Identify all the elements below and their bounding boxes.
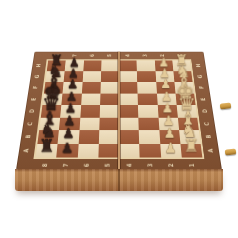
square bbox=[39, 117, 60, 130]
square bbox=[64, 71, 83, 82]
square bbox=[45, 71, 64, 82]
square bbox=[99, 105, 119, 117]
fold-seam-edge bbox=[118, 169, 120, 191]
square bbox=[99, 117, 119, 130]
square bbox=[98, 144, 119, 158]
square bbox=[155, 71, 174, 82]
brass-clasp-icon bbox=[225, 148, 237, 155]
square bbox=[41, 105, 62, 117]
square bbox=[176, 105, 197, 117]
square bbox=[65, 60, 84, 70]
square bbox=[160, 144, 182, 158]
square bbox=[47, 60, 66, 70]
square bbox=[137, 82, 156, 93]
product-photo: 8877665544332211HHGGFFEEDDCCBBAA♜♟♟♜♞♟♟♞… bbox=[0, 0, 238, 238]
square bbox=[78, 130, 99, 143]
coordinate-label: C bbox=[203, 120, 212, 127]
square bbox=[137, 71, 156, 82]
coordinate-label: 3 bbox=[141, 53, 149, 59]
square bbox=[156, 82, 175, 93]
coordinate-label: 6 bbox=[83, 161, 92, 169]
square bbox=[83, 60, 101, 70]
square bbox=[139, 117, 159, 130]
square bbox=[137, 60, 155, 70]
square bbox=[173, 71, 192, 82]
coordinate-label: F bbox=[198, 84, 207, 90]
square bbox=[157, 105, 177, 117]
square bbox=[175, 93, 195, 105]
coordinate-label: 7 bbox=[61, 161, 71, 169]
square bbox=[119, 93, 138, 105]
coordinate-label: 4 bbox=[125, 161, 134, 169]
coordinate-label: G bbox=[33, 73, 42, 79]
square bbox=[100, 82, 119, 93]
square bbox=[81, 82, 100, 93]
square bbox=[174, 82, 194, 93]
square bbox=[119, 117, 139, 130]
coordinate-label: G bbox=[196, 73, 205, 79]
board-front-edge bbox=[15, 169, 223, 191]
square bbox=[101, 71, 119, 82]
square bbox=[178, 117, 199, 130]
board-scene: 8877665544332211HHGGFFEEDDCCBBAA♜♟♟♜♞♟♟♞… bbox=[16, 0, 222, 170]
square bbox=[42, 93, 62, 105]
chess-board: 8877665544332211HHGGFFEEDDCCBBAA♜♟♟♜♞♟♟♞… bbox=[16, 52, 222, 170]
coordinate-label: 2 bbox=[167, 161, 177, 169]
square bbox=[100, 93, 119, 105]
coordinate-label: E bbox=[30, 96, 39, 103]
square bbox=[99, 130, 119, 143]
coordinate-label: 2 bbox=[159, 53, 167, 59]
coordinate-label: 3 bbox=[146, 161, 155, 169]
coordinate-label: A bbox=[206, 147, 216, 155]
fold-seam bbox=[118, 52, 120, 170]
square bbox=[63, 82, 82, 93]
coordinate-label: 1 bbox=[188, 161, 198, 169]
square bbox=[36, 144, 58, 158]
square bbox=[60, 105, 80, 117]
square bbox=[179, 130, 201, 143]
coordinate-label: 8 bbox=[40, 161, 50, 169]
square bbox=[56, 144, 78, 158]
coordinate-label: 5 bbox=[104, 161, 113, 169]
coordinate-label: 4 bbox=[124, 53, 132, 59]
coordinate-label: 1 bbox=[176, 53, 184, 59]
square bbox=[119, 144, 140, 158]
square bbox=[119, 60, 137, 70]
square bbox=[172, 60, 191, 70]
coordinate-label: D bbox=[28, 108, 37, 115]
square bbox=[139, 144, 160, 158]
square bbox=[101, 60, 119, 70]
square bbox=[157, 93, 177, 105]
square bbox=[180, 144, 202, 158]
square bbox=[62, 93, 82, 105]
square bbox=[119, 82, 138, 93]
square bbox=[154, 60, 173, 70]
square bbox=[119, 130, 139, 143]
brass-clasp-icon bbox=[220, 102, 232, 109]
coordinate-label: E bbox=[199, 96, 208, 103]
coordinate-label: 6 bbox=[89, 53, 97, 59]
square bbox=[59, 117, 80, 130]
coordinate-label: D bbox=[201, 108, 210, 115]
square bbox=[82, 71, 101, 82]
coordinate-label: H bbox=[195, 63, 203, 69]
coordinate-label: H bbox=[35, 63, 43, 69]
coordinate-label: F bbox=[32, 84, 41, 90]
square bbox=[80, 105, 100, 117]
square bbox=[44, 82, 64, 93]
square bbox=[77, 144, 98, 158]
square bbox=[159, 130, 180, 143]
square bbox=[138, 105, 158, 117]
coordinate-label: 5 bbox=[106, 53, 114, 59]
square bbox=[158, 117, 179, 130]
square bbox=[119, 71, 137, 82]
square bbox=[37, 130, 59, 143]
coordinate-label: B bbox=[24, 133, 34, 141]
coordinate-label: A bbox=[22, 147, 32, 155]
coordinate-label: B bbox=[204, 133, 214, 141]
coordinate-label: C bbox=[26, 120, 35, 127]
coordinate-label: 8 bbox=[54, 53, 62, 59]
square bbox=[58, 130, 79, 143]
square bbox=[81, 93, 101, 105]
square bbox=[139, 130, 160, 143]
square bbox=[79, 117, 99, 130]
coordinate-label: 7 bbox=[71, 53, 79, 59]
square bbox=[138, 93, 158, 105]
square bbox=[119, 105, 139, 117]
